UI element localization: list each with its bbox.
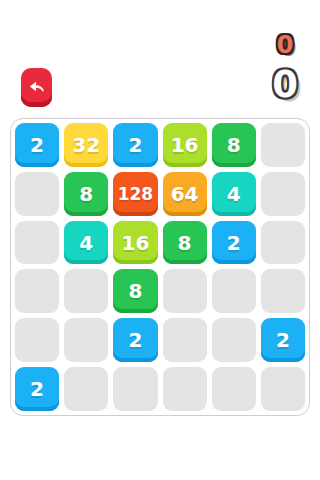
tile-2[interactable]: 2	[113, 123, 157, 167]
tile-16[interactable]: 16	[163, 123, 207, 167]
game-screen: { "game": "2048-style number merge puzzl…	[0, 0, 320, 480]
empty-cell	[15, 318, 59, 362]
tile-128[interactable]: 128	[113, 172, 157, 216]
tile-4[interactable]: 4	[64, 221, 108, 265]
score-count: 0	[272, 66, 298, 103]
tile-2[interactable]: 2	[113, 318, 157, 362]
empty-cell	[163, 367, 207, 411]
tile-8[interactable]: 8	[113, 269, 157, 313]
tile-4[interactable]: 4	[212, 172, 256, 216]
back-button[interactable]	[21, 68, 52, 107]
board[interactable]: 23221688128644416828222	[10, 118, 310, 416]
tile-8[interactable]: 8	[212, 123, 256, 167]
empty-cell	[15, 221, 59, 265]
empty-cell	[212, 367, 256, 411]
empty-cell	[212, 269, 256, 313]
tile-2[interactable]: 2	[15, 123, 59, 167]
tile-64[interactable]: 64	[163, 172, 207, 216]
empty-cell	[15, 269, 59, 313]
empty-cell	[64, 367, 108, 411]
empty-cell	[261, 172, 305, 216]
tile-16[interactable]: 16	[113, 221, 157, 265]
empty-cell	[163, 318, 207, 362]
empty-cell	[261, 123, 305, 167]
tile-2[interactable]: 2	[212, 221, 256, 265]
tile-2[interactable]: 2	[15, 367, 59, 411]
empty-cell	[261, 367, 305, 411]
empty-cell	[163, 269, 207, 313]
tile-8[interactable]: 8	[64, 172, 108, 216]
empty-cell	[261, 221, 305, 265]
empty-cell	[212, 318, 256, 362]
tile-8[interactable]: 8	[163, 221, 207, 265]
back-arrow-icon	[27, 76, 47, 96]
empty-cell	[113, 367, 157, 411]
empty-cell	[64, 318, 108, 362]
score-panel: 0 0	[272, 33, 298, 103]
tile-2[interactable]: 2	[261, 318, 305, 362]
empty-cell	[261, 269, 305, 313]
tile-32[interactable]: 32	[64, 123, 108, 167]
coins-count: 0	[277, 33, 294, 57]
empty-cell	[64, 269, 108, 313]
empty-cell	[15, 172, 59, 216]
